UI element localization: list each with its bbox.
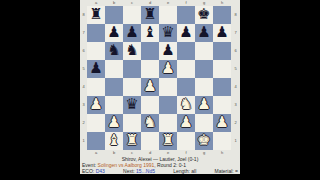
- square-a6[interactable]: [87, 42, 105, 60]
- square-g1[interactable]: ♚: [195, 132, 213, 150]
- square-c3[interactable]: ♛: [123, 96, 141, 114]
- square-b4[interactable]: [105, 78, 123, 96]
- black-pawn: ♟: [195, 24, 213, 42]
- black-knight: ♞: [105, 42, 123, 60]
- square-g6[interactable]: [195, 42, 213, 60]
- square-e2[interactable]: [159, 114, 177, 132]
- black-rook: ♜: [141, 6, 159, 24]
- square-e5[interactable]: ♟: [159, 60, 177, 78]
- square-c4[interactable]: [123, 78, 141, 96]
- rank-labels-left: 87654321: [80, 6, 87, 150]
- white-pawn: ♟: [159, 60, 177, 78]
- square-a7[interactable]: [87, 24, 105, 42]
- black-queen: ♛: [159, 24, 177, 42]
- rank-label-8: 8: [80, 6, 87, 24]
- square-d8[interactable]: ♜: [141, 6, 159, 24]
- white-knight: ♞: [141, 114, 159, 132]
- square-a3[interactable]: ♟: [87, 96, 105, 114]
- square-b5[interactable]: [105, 60, 123, 78]
- white-bishop: ♝: [105, 132, 123, 150]
- square-d5[interactable]: [141, 60, 159, 78]
- square-g7[interactable]: ♟: [195, 24, 213, 42]
- white-pawn: ♟: [141, 78, 159, 96]
- white-rook: ♜: [159, 132, 177, 150]
- square-c1[interactable]: ♜: [123, 132, 141, 150]
- rank-label-5: 5: [80, 60, 87, 78]
- square-h6[interactable]: [213, 42, 231, 60]
- square-h5[interactable]: [213, 60, 231, 78]
- square-d1[interactable]: [141, 132, 159, 150]
- square-d6[interactable]: [141, 42, 159, 60]
- black-pawn: ♟: [177, 24, 195, 42]
- letterbox-bottom: [80, 174, 240, 180]
- square-d2[interactable]: ♞: [141, 114, 159, 132]
- black-pawn: ♟: [87, 60, 105, 78]
- chess-diagram-panel: abcdefgh 87654321 87654321 ♜♜♚♟♟♝♛♟♟♟♞♞♟…: [80, 0, 240, 174]
- square-f5[interactable]: [177, 60, 195, 78]
- square-c2[interactable]: [123, 114, 141, 132]
- square-c8[interactable]: [123, 6, 141, 24]
- square-a2[interactable]: [87, 114, 105, 132]
- rank-label-2: 2: [80, 114, 87, 132]
- square-h3[interactable]: [213, 96, 231, 114]
- black-rook: ♜: [87, 6, 105, 24]
- rank-label-1: 1: [231, 132, 240, 150]
- square-f2[interactable]: ♟: [177, 114, 195, 132]
- rank-labels-right: 87654321: [231, 6, 240, 150]
- square-f4[interactable]: [177, 78, 195, 96]
- square-h2[interactable]: ♟: [213, 114, 231, 132]
- square-e1[interactable]: ♜: [159, 132, 177, 150]
- rank-label-4: 4: [80, 78, 87, 96]
- square-f8[interactable]: [177, 6, 195, 24]
- rank-label-8: 8: [231, 6, 240, 24]
- square-b1[interactable]: ♝: [105, 132, 123, 150]
- square-g2[interactable]: [195, 114, 213, 132]
- square-g8[interactable]: ♚: [195, 6, 213, 24]
- black-king: ♚: [195, 6, 213, 24]
- square-b7[interactable]: ♟: [105, 24, 123, 42]
- white-pawn: ♟: [195, 96, 213, 114]
- square-a1[interactable]: [87, 132, 105, 150]
- square-e8[interactable]: [159, 6, 177, 24]
- square-h1[interactable]: [213, 132, 231, 150]
- square-g5[interactable]: [195, 60, 213, 78]
- square-e6[interactable]: ♟: [159, 42, 177, 60]
- square-f1[interactable]: [177, 132, 195, 150]
- white-pawn: ♟: [87, 96, 105, 114]
- black-knight: ♞: [123, 42, 141, 60]
- letterbox-right: [240, 0, 320, 180]
- square-d3[interactable]: [141, 96, 159, 114]
- rank-label-3: 3: [80, 96, 87, 114]
- letterbox-left: [0, 0, 80, 180]
- black-queen: ♛: [123, 96, 141, 114]
- rank-label-6: 6: [80, 42, 87, 60]
- rank-label-7: 7: [231, 24, 240, 42]
- square-a5[interactable]: ♟: [87, 60, 105, 78]
- square-g4[interactable]: [195, 78, 213, 96]
- square-h7[interactable]: ♟: [213, 24, 231, 42]
- white-pawn: ♟: [177, 114, 195, 132]
- square-b8[interactable]: [105, 6, 123, 24]
- rank-label-6: 6: [231, 42, 240, 60]
- square-g3[interactable]: ♟: [195, 96, 213, 114]
- rank-label-4: 4: [231, 78, 240, 96]
- square-h8[interactable]: [213, 6, 231, 24]
- rank-label-5: 5: [231, 60, 240, 78]
- black-bishop: ♝: [141, 24, 159, 42]
- white-rook: ♜: [123, 132, 141, 150]
- square-b6[interactable]: ♞: [105, 42, 123, 60]
- square-a4[interactable]: [87, 78, 105, 96]
- square-e4[interactable]: [159, 78, 177, 96]
- rank-label-1: 1: [80, 132, 87, 150]
- square-a8[interactable]: ♜: [87, 6, 105, 24]
- white-king: ♚: [195, 132, 213, 150]
- square-d7[interactable]: ♝: [141, 24, 159, 42]
- square-b2[interactable]: ♟: [105, 114, 123, 132]
- black-pawn: ♟: [123, 24, 141, 42]
- rank-label-2: 2: [231, 114, 240, 132]
- white-pawn: ♟: [213, 114, 231, 132]
- square-h4[interactable]: [213, 78, 231, 96]
- square-c6[interactable]: ♞: [123, 42, 141, 60]
- square-c7[interactable]: ♟: [123, 24, 141, 42]
- white-knight: ♞: [177, 96, 195, 114]
- game-caption: Shirov, Alexei — Lautier, Joel (0-1) Eve…: [80, 156, 240, 174]
- square-c5[interactable]: [123, 60, 141, 78]
- black-pawn: ♟: [105, 24, 123, 42]
- square-e7[interactable]: ♛: [159, 24, 177, 42]
- white-pawn: ♟: [105, 114, 123, 132]
- square-e3[interactable]: [159, 96, 177, 114]
- chess-board: ♜♜♚♟♟♝♛♟♟♟♞♞♟♟♟♟♟♛♞♟♟♞♟♟♝♜♜♚: [87, 6, 231, 150]
- board-wrap: abcdefgh 87654321 87654321 ♜♜♚♟♟♝♛♟♟♟♞♞♟…: [80, 0, 240, 156]
- rank-label-7: 7: [80, 24, 87, 42]
- rank-label-3: 3: [231, 96, 240, 114]
- square-d4[interactable]: ♟: [141, 78, 159, 96]
- square-b3[interactable]: [105, 96, 123, 114]
- square-f6[interactable]: [177, 42, 195, 60]
- square-f7[interactable]: ♟: [177, 24, 195, 42]
- black-pawn: ♟: [213, 24, 231, 42]
- square-f3[interactable]: ♞: [177, 96, 195, 114]
- black-pawn: ♟: [159, 42, 177, 60]
